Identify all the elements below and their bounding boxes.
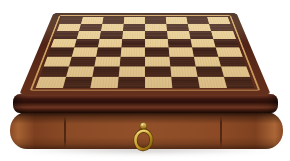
board-square[interactable] bbox=[188, 24, 211, 31]
board-square[interactable] bbox=[224, 77, 255, 88]
board-square[interactable] bbox=[121, 39, 145, 47]
board-square[interactable] bbox=[72, 47, 98, 56]
board-square[interactable] bbox=[145, 66, 171, 77]
board-square[interactable] bbox=[54, 31, 79, 39]
board-square[interactable] bbox=[145, 39, 169, 47]
brass-ring-pull[interactable] bbox=[127, 117, 161, 157]
board-square[interactable] bbox=[169, 57, 195, 67]
board-square[interactable] bbox=[90, 77, 118, 88]
board-square[interactable] bbox=[66, 66, 94, 77]
board-square[interactable] bbox=[92, 66, 119, 77]
board-square[interactable] bbox=[211, 31, 236, 39]
board-square[interactable] bbox=[60, 17, 83, 24]
board-square[interactable] bbox=[98, 39, 122, 47]
board-square[interactable] bbox=[145, 77, 172, 88]
board-square[interactable] bbox=[186, 17, 209, 24]
board-square[interactable] bbox=[171, 77, 199, 88]
board-square[interactable] bbox=[124, 17, 145, 24]
board-square[interactable] bbox=[121, 47, 145, 56]
board-square[interactable] bbox=[120, 57, 145, 67]
board-square[interactable] bbox=[221, 66, 250, 77]
board-square[interactable] bbox=[94, 57, 120, 67]
board-square[interactable] bbox=[47, 47, 74, 56]
board-square[interactable] bbox=[69, 57, 96, 67]
board-square[interactable] bbox=[207, 17, 230, 24]
board-square[interactable] bbox=[213, 39, 239, 47]
board-square[interactable] bbox=[166, 24, 189, 31]
board-square[interactable] bbox=[40, 66, 69, 77]
board-square[interactable] bbox=[196, 66, 224, 77]
board-square[interactable] bbox=[194, 57, 221, 67]
board-square[interactable] bbox=[81, 17, 104, 24]
board-square[interactable] bbox=[167, 31, 191, 39]
board-square[interactable] bbox=[101, 24, 124, 31]
ring bbox=[135, 130, 152, 150]
board-square[interactable] bbox=[145, 31, 168, 39]
board-square[interactable] bbox=[51, 39, 77, 47]
board-square[interactable] bbox=[209, 24, 233, 31]
chess-board-lid bbox=[19, 13, 271, 95]
board-square[interactable] bbox=[123, 24, 145, 31]
board-square[interactable] bbox=[198, 77, 227, 88]
board-square[interactable] bbox=[122, 31, 145, 39]
board-square[interactable] bbox=[192, 47, 218, 56]
drawer-seam-left bbox=[64, 116, 66, 147]
board-square[interactable] bbox=[145, 57, 170, 67]
board-square[interactable] bbox=[166, 17, 188, 24]
board-square[interactable] bbox=[145, 17, 166, 24]
board-square[interactable] bbox=[118, 77, 145, 88]
maple-inlay-border bbox=[30, 15, 261, 90]
board-square[interactable] bbox=[170, 66, 197, 77]
board-square[interactable] bbox=[96, 47, 121, 56]
board-square[interactable] bbox=[218, 57, 246, 67]
chess-board-grid bbox=[36, 17, 255, 88]
board-square[interactable] bbox=[74, 39, 99, 47]
board-square[interactable] bbox=[189, 31, 213, 39]
lid-edge-molding bbox=[13, 94, 278, 113]
board-square[interactable] bbox=[119, 66, 145, 77]
board-square[interactable] bbox=[99, 31, 123, 39]
board-square[interactable] bbox=[102, 17, 124, 24]
board-square[interactable] bbox=[145, 47, 169, 56]
board-square[interactable] bbox=[168, 39, 192, 47]
drawer-seam-right bbox=[220, 116, 222, 147]
board-square[interactable] bbox=[191, 39, 216, 47]
board-square[interactable] bbox=[44, 57, 72, 67]
board-square[interactable] bbox=[145, 24, 167, 31]
board-square[interactable] bbox=[36, 77, 67, 88]
board-square[interactable] bbox=[57, 24, 81, 31]
board-square[interactable] bbox=[216, 47, 243, 56]
board-square[interactable] bbox=[63, 77, 92, 88]
board-square[interactable] bbox=[77, 31, 101, 39]
board-square[interactable] bbox=[79, 24, 102, 31]
chessboard-box-photo bbox=[0, 0, 290, 161]
board-square[interactable] bbox=[169, 47, 194, 56]
